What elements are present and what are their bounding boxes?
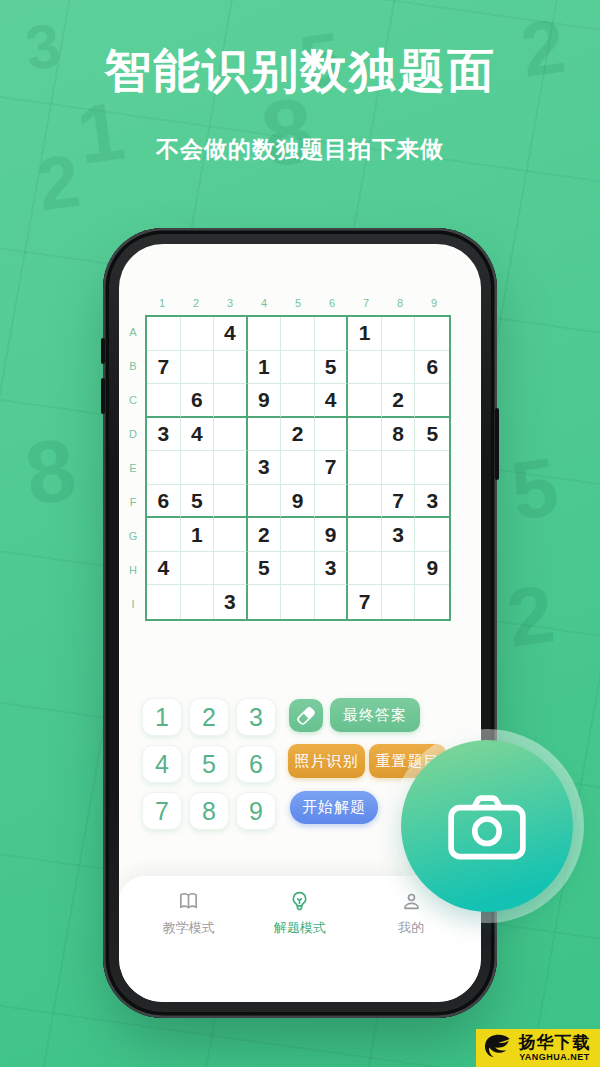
promo-page: 352182852 智能识别数独题面 不会做的数独题目拍下来做 12345678…: [0, 0, 600, 1067]
sudoku-cell-E2[interactable]: [181, 451, 215, 485]
watermark-name: 扬华下载: [513, 1034, 596, 1051]
sudoku-cell-C7[interactable]: [348, 384, 382, 418]
sudoku-cell-H9[interactable]: 9: [415, 552, 449, 586]
background-digit: 5: [507, 445, 564, 533]
numpad-key-9[interactable]: 9: [236, 792, 276, 830]
tab-解题模式[interactable]: 解题模式: [265, 890, 335, 937]
sudoku-cell-D2[interactable]: 4: [181, 418, 215, 452]
sudoku-cell-B2[interactable]: [181, 351, 215, 385]
sudoku-cell-H7[interactable]: [348, 552, 382, 586]
numpad-key-1[interactable]: 1: [142, 698, 182, 736]
row-label-E: E: [125, 451, 141, 485]
column-label-5: 5: [281, 296, 315, 310]
row-label-H: H: [125, 553, 141, 587]
sudoku-cell-C3[interactable]: [214, 384, 248, 418]
sudoku-cell-F7[interactable]: [348, 485, 382, 519]
sudoku-cell-G7[interactable]: [348, 518, 382, 552]
sudoku-cell-H6[interactable]: 3: [315, 552, 349, 586]
column-label-9: 9: [417, 296, 451, 310]
final-answer-button[interactable]: 最终答案: [330, 698, 420, 732]
row-label-A: A: [125, 315, 141, 349]
sudoku-cell-D1[interactable]: 3: [147, 418, 181, 452]
sudoku-cell-G6[interactable]: 9: [315, 518, 349, 552]
start-solve-button[interactable]: 开始解题: [290, 791, 378, 824]
tab-教学模式[interactable]: 教学模式: [154, 890, 224, 937]
watermark: 扬华下载 YANGHUA.NET: [476, 1029, 600, 1067]
sudoku-cell-C4[interactable]: 9: [248, 384, 282, 418]
watermark-site: YANGHUA.NET: [513, 1053, 596, 1062]
watermark-eagle-logo: [479, 1031, 513, 1065]
sudoku-cell-E9[interactable]: [415, 451, 449, 485]
numpad-key-7[interactable]: 7: [142, 792, 182, 830]
sudoku-cell-G5[interactable]: [281, 518, 315, 552]
number-pad: 123456789: [142, 698, 276, 830]
sudoku-cell-C8[interactable]: 2: [382, 384, 416, 418]
sudoku-cell-D9[interactable]: 5: [415, 418, 449, 452]
tab-label: 解题模式: [274, 919, 326, 937]
sudoku-cell-E3[interactable]: [214, 451, 248, 485]
sudoku-cell-C5[interactable]: [281, 384, 315, 418]
sudoku-cell-G1[interactable]: [147, 518, 181, 552]
sudoku-cell-A8[interactable]: [382, 317, 416, 351]
background-digit: 2: [503, 572, 560, 660]
sudoku-cell-A1[interactable]: [147, 317, 181, 351]
sudoku-cell-E6[interactable]: 7: [315, 451, 349, 485]
column-label-3: 3: [213, 296, 247, 310]
sudoku-cell-F5[interactable]: 9: [281, 485, 315, 519]
sudoku-cell-A9[interactable]: [415, 317, 449, 351]
sudoku-cell-E4[interactable]: 3: [248, 451, 282, 485]
sudoku-cell-G9[interactable]: [415, 518, 449, 552]
sudoku-cell-B6[interactable]: 5: [315, 351, 349, 385]
sudoku-cell-F4[interactable]: [248, 485, 282, 519]
volume-down-button: [101, 378, 105, 414]
sudoku-cell-I2[interactable]: [181, 585, 215, 619]
sudoku-cell-D3[interactable]: [214, 418, 248, 452]
row-label-G: G: [125, 519, 141, 553]
sudoku-cell-B7[interactable]: [348, 351, 382, 385]
row-label-C: C: [125, 383, 141, 417]
sudoku-cell-F2[interactable]: 5: [181, 485, 215, 519]
tab-label: 教学模式: [163, 919, 215, 937]
page-subtitle: 不会做的数独题目拍下来做: [0, 134, 600, 165]
sudoku-cell-I6[interactable]: [315, 585, 349, 619]
watermark-text: 扬华下载 YANGHUA.NET: [513, 1034, 596, 1062]
sudoku-cell-D6[interactable]: [315, 418, 349, 452]
sudoku-cell-G8[interactable]: 3: [382, 518, 416, 552]
sudoku-cell-B1[interactable]: 7: [147, 351, 181, 385]
board-column-labels: 123456789: [145, 296, 451, 310]
sudoku-cell-E5[interactable]: [281, 451, 315, 485]
sudoku-cell-E7[interactable]: [348, 451, 382, 485]
row-label-I: I: [125, 587, 141, 621]
sudoku-cell-E1[interactable]: [147, 451, 181, 485]
sudoku-cell-H2[interactable]: [181, 552, 215, 586]
eraser-button[interactable]: [289, 699, 323, 732]
row-label-B: B: [125, 349, 141, 383]
sudoku-cell-C9[interactable]: [415, 384, 449, 418]
numpad-key-2[interactable]: 2: [189, 698, 229, 736]
sudoku-cell-B4[interactable]: 1: [248, 351, 282, 385]
sudoku-cell-H5[interactable]: [281, 552, 315, 586]
sudoku-cell-I7[interactable]: 7: [348, 585, 382, 619]
sudoku-cell-A6[interactable]: [315, 317, 349, 351]
sudoku-cell-B9[interactable]: 6: [415, 351, 449, 385]
sudoku-cell-D5[interactable]: 2: [281, 418, 315, 452]
sudoku-cell-B3[interactable]: [214, 351, 248, 385]
row-label-F: F: [125, 485, 141, 519]
sudoku-cell-C6[interactable]: 4: [315, 384, 349, 418]
sudoku-cell-A4[interactable]: [248, 317, 282, 351]
numpad-key-3[interactable]: 3: [236, 698, 276, 736]
row-label-D: D: [125, 417, 141, 451]
bulb-icon: [288, 890, 311, 913]
sudoku-cell-E8[interactable]: [382, 451, 416, 485]
sudoku-cell-G4[interactable]: 2: [248, 518, 282, 552]
numpad-key-6[interactable]: 6: [236, 745, 276, 783]
column-label-7: 7: [349, 296, 383, 310]
sudoku-cell-I1[interactable]: [147, 585, 181, 619]
camera-button[interactable]: [401, 740, 573, 912]
column-label-8: 8: [383, 296, 417, 310]
sudoku-cell-I3[interactable]: 3: [214, 585, 248, 619]
background-digit: 8: [20, 425, 81, 519]
sudoku-grid: 41715669423428537659731293453937: [145, 315, 451, 621]
volume-up-button: [101, 338, 105, 364]
sudoku-cell-C2[interactable]: 6: [181, 384, 215, 418]
photo-recognize-button[interactable]: 照片识别: [288, 744, 365, 778]
sudoku-cell-F6[interactable]: [315, 485, 349, 519]
sudoku-cell-D8[interactable]: 8: [382, 418, 416, 452]
sudoku-cell-F1[interactable]: 6: [147, 485, 181, 519]
page-title: 智能识别数独题面: [0, 40, 600, 103]
sudoku-cell-H4[interactable]: 5: [248, 552, 282, 586]
column-label-1: 1: [145, 296, 179, 310]
column-label-6: 6: [315, 296, 349, 310]
tab-label: 我的: [398, 919, 424, 937]
sudoku-cell-A2[interactable]: [181, 317, 215, 351]
sudoku-cell-I4[interactable]: [248, 585, 282, 619]
book-icon: [177, 890, 200, 913]
sudoku-cell-B5[interactable]: [281, 351, 315, 385]
sudoku-cell-G2[interactable]: 1: [181, 518, 215, 552]
board-row-labels: ABCDEFGHI: [125, 315, 141, 621]
sudoku-cell-I8[interactable]: [382, 585, 416, 619]
sudoku-cell-H1[interactable]: 4: [147, 552, 181, 586]
sudoku-cell-H3[interactable]: [214, 552, 248, 586]
numpad-key-4[interactable]: 4: [142, 745, 182, 783]
sudoku-cell-A7[interactable]: 1: [348, 317, 382, 351]
sudoku-cell-F3[interactable]: [214, 485, 248, 519]
camera-icon: [445, 789, 529, 863]
sudoku-cell-A3[interactable]: 4: [214, 317, 248, 351]
sudoku-cell-G3[interactable]: [214, 518, 248, 552]
sudoku-cell-D7[interactable]: [348, 418, 382, 452]
column-label-4: 4: [247, 296, 281, 310]
sudoku-cell-D4[interactable]: [248, 418, 282, 452]
numpad-key-8[interactable]: 8: [189, 792, 229, 830]
sudoku-cell-I9[interactable]: [415, 585, 449, 619]
sudoku-cell-C1[interactable]: [147, 384, 181, 418]
sudoku-cell-H8[interactable]: [382, 552, 416, 586]
numpad-key-5[interactable]: 5: [189, 745, 229, 783]
sudoku-cell-I5[interactable]: [281, 585, 315, 619]
sudoku-cell-F8[interactable]: 7: [382, 485, 416, 519]
sudoku-cell-A5[interactable]: [281, 317, 315, 351]
camera-button-halo: [390, 729, 584, 923]
sudoku-cell-B8[interactable]: [382, 351, 416, 385]
eraser-icon: [295, 705, 317, 727]
column-label-2: 2: [179, 296, 213, 310]
sudoku-cell-F9[interactable]: 3: [415, 485, 449, 519]
power-button: [495, 408, 499, 480]
